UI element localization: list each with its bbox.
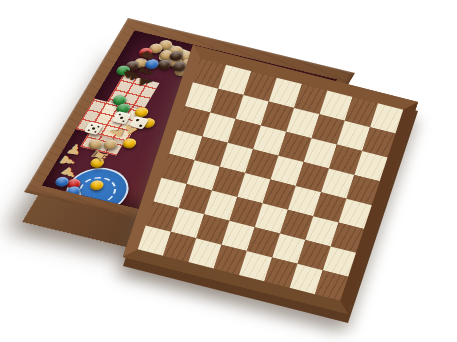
- die-pip: [92, 127, 96, 129]
- die-pip: [139, 124, 143, 126]
- die-pip: [97, 125, 101, 127]
- die-pip: [118, 113, 122, 115]
- dark-pawn: ♟: [137, 75, 155, 86]
- die-pip: [120, 116, 124, 118]
- die-pip: [87, 129, 91, 131]
- die-pip: [93, 130, 97, 132]
- die-pip: [90, 124, 94, 126]
- chessboard-grid: [138, 58, 404, 300]
- game-box-photo: ♞♝♟♞♟♟♟♜♟♟: [0, 0, 457, 342]
- die-pip: [136, 119, 140, 121]
